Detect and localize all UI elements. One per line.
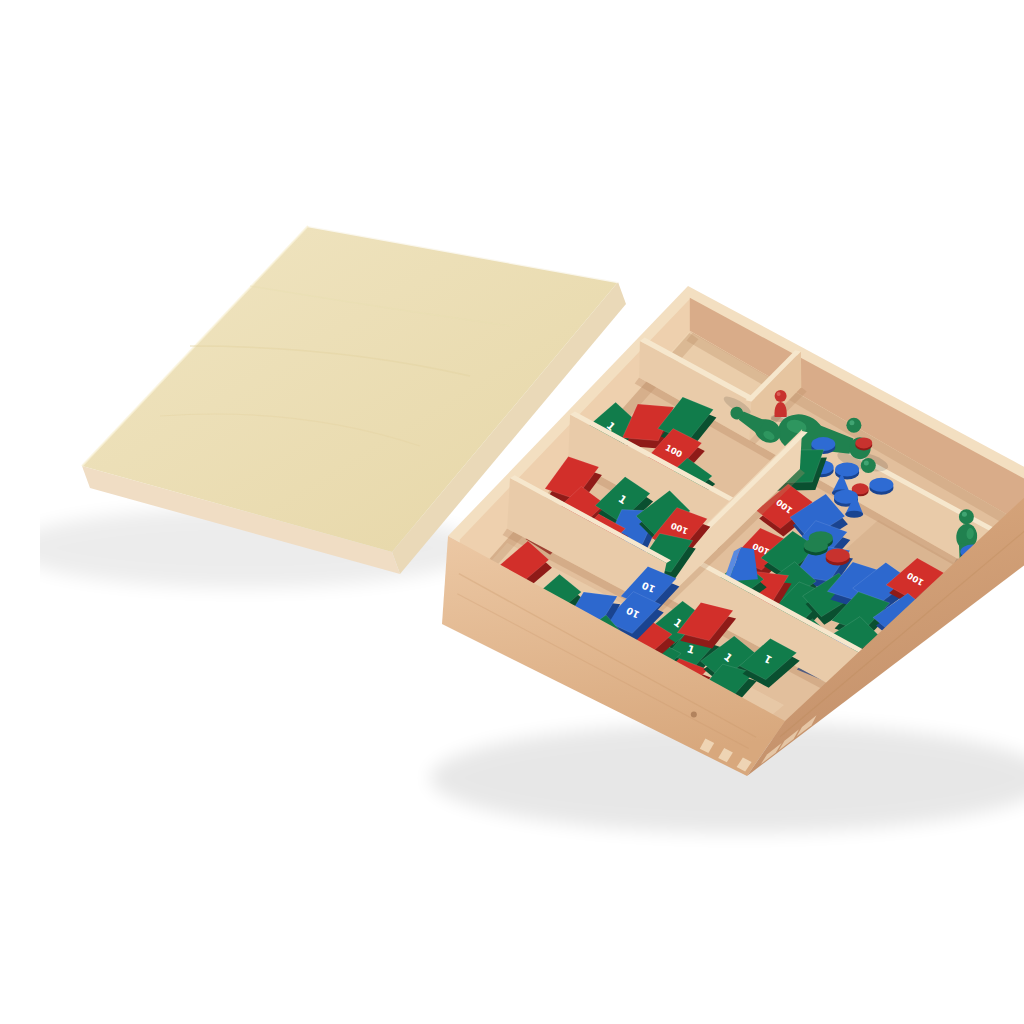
stamp-game-product-photo: 11001001001001000110100111111010 bbox=[40, 16, 1024, 1024]
wood-piece-disc-blue bbox=[869, 478, 893, 495]
wood-knot bbox=[691, 712, 697, 718]
wood-piece-ball-green bbox=[959, 509, 974, 524]
wood-piece-counter-red bbox=[855, 437, 872, 450]
wood-piece-disc-red bbox=[826, 549, 850, 566]
wood-piece-ball-green bbox=[861, 458, 876, 473]
stamp-game-scene: 11001001001001000110100111111010 bbox=[40, 16, 1024, 1024]
wood-piece-disc-blue bbox=[835, 463, 859, 480]
wood-piece-disc-green bbox=[804, 538, 828, 555]
wood-piece-ball-green bbox=[846, 418, 861, 433]
